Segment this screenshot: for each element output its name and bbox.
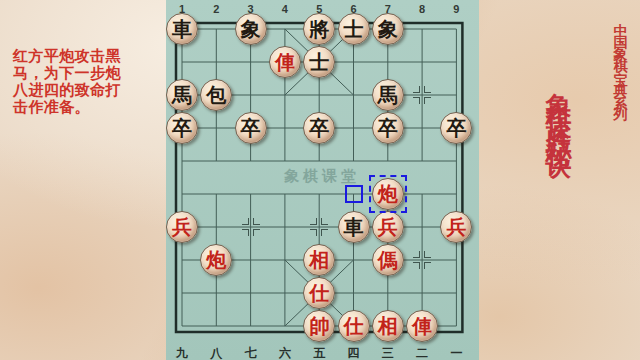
watermark: 象棋课堂 <box>284 167 360 186</box>
file-label-top: 4 <box>282 3 288 15</box>
file-label-bottom: 四 <box>348 345 360 360</box>
point-marker <box>308 216 330 238</box>
xiangqi-board: 象棋课堂 123456789 九八七六五四三二一 車象將士象俥士馬包馬卒卒卒卒卒… <box>166 0 479 360</box>
piece-red-advisor[interactable]: 仕 <box>303 277 335 309</box>
marker-corner <box>424 262 431 269</box>
piece-red-advisor[interactable]: 仕 <box>338 310 370 342</box>
file-label-bottom: 五 <box>313 345 325 360</box>
point-marker <box>411 84 433 106</box>
file-label-bottom: 七 <box>245 345 257 360</box>
file-label-bottom: 二 <box>416 345 428 360</box>
piece-black-horse[interactable]: 馬 <box>372 79 404 111</box>
marker-corner <box>413 251 420 258</box>
file-label-bottom: 一 <box>450 345 462 360</box>
piece-black-horse[interactable]: 馬 <box>166 79 198 111</box>
piece-black-soldier[interactable]: 卒 <box>235 112 267 144</box>
commentary-text: 红方平炮攻击黑马，为下一步炮八进四的致命打击作准备。 <box>13 47 123 115</box>
marker-corner <box>321 218 328 225</box>
marker-corner <box>253 218 260 225</box>
piece-red-elephant[interactable]: 相 <box>372 310 404 342</box>
piece-red-elephant[interactable]: 相 <box>303 244 335 276</box>
marker-corner <box>413 262 420 269</box>
marker-corner <box>321 229 328 236</box>
series-title: 中国象棋宝典系列 <box>612 12 630 108</box>
piece-red-soldier[interactable]: 兵 <box>372 211 404 243</box>
marker-corner <box>424 97 431 104</box>
piece-red-cannon[interactable]: 炮 <box>200 244 232 276</box>
piece-red-horse[interactable]: 傌 <box>372 244 404 276</box>
piece-red-soldier[interactable]: 兵 <box>166 211 198 243</box>
piece-black-soldier[interactable]: 卒 <box>303 112 335 144</box>
file-label-bottom: 三 <box>382 345 394 360</box>
piece-black-soldier[interactable]: 卒 <box>440 112 472 144</box>
piece-red-soldier[interactable]: 兵 <box>440 211 472 243</box>
marker-corner <box>253 229 260 236</box>
piece-black-chariot[interactable]: 車 <box>338 211 370 243</box>
file-label-top: 9 <box>453 3 459 15</box>
main-title: 象棋速胜秘诀 <box>542 72 577 144</box>
file-label-top: 8 <box>419 3 425 15</box>
marker-corner <box>242 229 249 236</box>
piece-red-chariot[interactable]: 俥 <box>406 310 438 342</box>
file-label-bottom: 八 <box>210 345 222 360</box>
file-label-top: 2 <box>213 3 219 15</box>
piece-black-general[interactable]: 將 <box>303 13 335 45</box>
piece-black-cannon[interactable]: 包 <box>200 79 232 111</box>
marker-corner <box>413 86 420 93</box>
piece-black-elephant[interactable]: 象 <box>372 13 404 45</box>
marker-corner <box>413 97 420 104</box>
piece-black-advisor[interactable]: 士 <box>338 13 370 45</box>
marker-corner <box>424 251 431 258</box>
piece-black-chariot[interactable]: 車 <box>166 13 198 45</box>
marker-corner <box>424 86 431 93</box>
file-label-bottom: 六 <box>279 345 291 360</box>
piece-black-soldier[interactable]: 卒 <box>166 112 198 144</box>
point-marker <box>411 249 433 271</box>
move-destination-marker <box>369 175 407 213</box>
file-label-bottom: 九 <box>176 345 188 360</box>
marker-corner <box>310 229 317 236</box>
piece-black-elephant[interactable]: 象 <box>235 13 267 45</box>
piece-black-advisor[interactable]: 士 <box>303 46 335 78</box>
move-origin-marker <box>345 185 363 203</box>
point-marker <box>240 216 262 238</box>
marker-corner <box>242 218 249 225</box>
piece-black-soldier[interactable]: 卒 <box>372 112 404 144</box>
marker-corner <box>310 218 317 225</box>
piece-red-chariot[interactable]: 俥 <box>269 46 301 78</box>
piece-red-king[interactable]: 帥 <box>303 310 335 342</box>
